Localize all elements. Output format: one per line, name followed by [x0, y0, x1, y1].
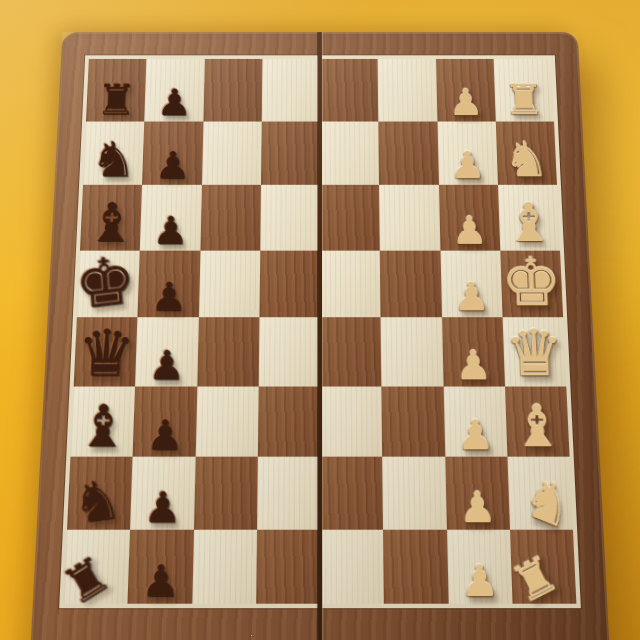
square-e5[interactable] — [259, 250, 320, 317]
square-f7[interactable]: ♟ — [140, 185, 202, 250]
square-g6[interactable] — [202, 121, 262, 185]
square-d6[interactable] — [197, 317, 259, 386]
square-c3[interactable] — [382, 386, 445, 457]
square-b1[interactable]: ♞ — [507, 457, 573, 530]
square-d8[interactable]: ♛ — [74, 317, 138, 386]
square-b2[interactable]: ♟ — [445, 457, 510, 530]
piece-white-pawn[interactable]: ♟ — [458, 486, 497, 529]
piece-black-rook[interactable]: ♜ — [95, 78, 137, 120]
square-g4[interactable] — [320, 121, 379, 185]
piece-black-pawn[interactable]: ♟ — [145, 414, 183, 455]
square-e7[interactable]: ♟ — [138, 250, 200, 317]
square-c7[interactable]: ♟ — [133, 386, 197, 457]
square-c4[interactable] — [320, 386, 382, 457]
square-h3[interactable] — [378, 59, 437, 121]
square-b7[interactable]: ♟ — [130, 457, 195, 530]
piece-black-rook[interactable]: ♜ — [55, 547, 117, 614]
piece-white-pawn[interactable]: ♟ — [453, 277, 490, 316]
square-a4[interactable] — [320, 529, 384, 604]
square-e1[interactable]: ♚ — [500, 250, 563, 317]
piece-black-pawn[interactable]: ♟ — [152, 211, 189, 249]
piece-white-king[interactable]: ♚ — [500, 250, 564, 317]
square-g3[interactable] — [379, 121, 439, 185]
square-g5[interactable] — [261, 121, 320, 185]
square-d7[interactable]: ♟ — [135, 317, 198, 386]
square-d5[interactable] — [258, 317, 320, 386]
square-b4[interactable] — [320, 457, 383, 530]
square-h4[interactable] — [320, 59, 379, 121]
square-f8[interactable]: ♝ — [80, 185, 142, 250]
chess-board: ♜♟♟♜♞♟♟♞♝♟♟♝♚♟♟♚♛♟♟♛♝♟♟♝♞♟♟♞♜♟♟♜ — [29, 32, 611, 640]
square-c8[interactable]: ♝ — [70, 386, 135, 457]
square-c6[interactable] — [195, 386, 258, 457]
square-h2[interactable]: ♟ — [436, 59, 496, 121]
square-e8[interactable]: ♚ — [77, 250, 140, 317]
piece-black-king[interactable]: ♚ — [72, 247, 139, 320]
piece-black-pawn[interactable]: ♟ — [143, 486, 182, 529]
piece-black-pawn[interactable]: ♟ — [141, 559, 180, 603]
square-g2[interactable]: ♟ — [437, 121, 498, 185]
piece-white-rook[interactable]: ♜ — [503, 78, 545, 120]
square-g1[interactable]: ♞ — [496, 121, 557, 185]
square-a1[interactable]: ♜ — [510, 529, 577, 604]
square-h6[interactable] — [203, 59, 262, 121]
piece-black-pawn[interactable]: ♟ — [150, 277, 187, 316]
square-b6[interactable] — [194, 457, 258, 530]
square-f3[interactable] — [379, 185, 440, 250]
square-c5[interactable] — [258, 386, 320, 457]
piece-black-pawn[interactable]: ♟ — [156, 84, 192, 120]
piece-white-knight[interactable]: ♞ — [503, 135, 551, 184]
square-d1[interactable]: ♛ — [502, 317, 566, 386]
piece-white-queen[interactable]: ♛ — [504, 321, 565, 385]
square-e3[interactable] — [380, 250, 442, 317]
square-c2[interactable]: ♟ — [443, 386, 507, 457]
piece-white-pawn[interactable]: ♟ — [451, 211, 488, 249]
piece-white-pawn[interactable]: ♟ — [460, 559, 499, 603]
square-h1[interactable]: ♜ — [493, 59, 554, 121]
square-b8[interactable]: ♞ — [67, 457, 133, 530]
square-d3[interactable] — [381, 317, 443, 386]
piece-black-pawn[interactable]: ♟ — [148, 345, 186, 385]
piece-white-bishop[interactable]: ♝ — [503, 196, 555, 250]
square-b3[interactable] — [382, 457, 446, 530]
piece-black-knight[interactable]: ♞ — [70, 470, 124, 532]
square-d4[interactable] — [320, 317, 382, 386]
piece-white-pawn[interactable]: ♟ — [448, 84, 484, 120]
square-h5[interactable] — [261, 59, 320, 121]
square-g8[interactable]: ♞ — [83, 121, 144, 185]
piece-black-bishop[interactable]: ♝ — [76, 398, 130, 456]
board-frame: ♜♟♟♜♞♟♟♞♝♟♟♝♚♟♟♚♛♟♟♛♝♟♟♝♞♟♟♞♜♟♟♜ — [29, 32, 611, 640]
square-a8[interactable]: ♜ — [64, 529, 131, 604]
square-f5[interactable] — [260, 185, 320, 250]
piece-white-bishop[interactable]: ♝ — [510, 398, 564, 456]
square-b5[interactable] — [257, 457, 320, 530]
piece-white-pawn[interactable]: ♟ — [455, 345, 493, 385]
square-c1[interactable]: ♝ — [505, 386, 570, 457]
square-e4[interactable] — [320, 250, 381, 317]
square-a7[interactable]: ♟ — [128, 529, 194, 604]
piece-white-rook[interactable]: ♜ — [504, 547, 566, 612]
piece-black-knight[interactable]: ♞ — [90, 135, 138, 184]
square-d2[interactable]: ♟ — [442, 317, 505, 386]
piece-white-pawn[interactable]: ♟ — [456, 414, 494, 455]
square-h7[interactable]: ♟ — [144, 59, 204, 121]
board-fold-seam — [318, 32, 322, 640]
square-f6[interactable] — [200, 185, 261, 250]
piece-white-knight[interactable]: ♞ — [516, 467, 580, 537]
square-a2[interactable]: ♟ — [446, 529, 512, 604]
square-f2[interactable]: ♟ — [438, 185, 500, 250]
square-f4[interactable] — [320, 185, 380, 250]
square-f1[interactable]: ♝ — [498, 185, 560, 250]
square-e6[interactable] — [198, 250, 260, 317]
square-a6[interactable] — [192, 529, 257, 604]
piece-black-pawn[interactable]: ♟ — [154, 146, 190, 183]
square-g7[interactable]: ♟ — [142, 121, 203, 185]
square-h8[interactable]: ♜ — [86, 59, 147, 121]
square-a5[interactable] — [256, 529, 320, 604]
piece-white-pawn[interactable]: ♟ — [450, 146, 486, 183]
piece-black-queen[interactable]: ♛ — [75, 321, 136, 385]
square-a3[interactable] — [383, 529, 448, 604]
square-e2[interactable]: ♟ — [440, 250, 502, 317]
